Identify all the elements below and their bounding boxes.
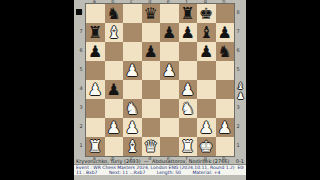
video-frame: abcdefgh 87654321 87654321 ♞♛♜♚♜♝♟♟♝♟♟♟♟… [0,0,320,180]
rank-label-1: 1 [78,136,84,155]
black-pawn: ♟ [218,23,232,42]
chess-board: ♞♛♜♚♜♝♟♟♝♟♟♟♟♞♟♟♟♟♟♞♞♟♟♟♟♜♝♛♜♚ [85,3,235,157]
white-pawn: ♟ [107,118,121,137]
square-e2 [160,118,179,137]
rank-labels-left: 87654321 [78,3,84,155]
square-f5 [179,61,198,80]
black-rook: ♜ [181,4,195,23]
square-b6 [105,42,124,61]
square-h1 [216,137,235,156]
rank-label-2: 2 [78,117,84,136]
white-bishop: ♝ [125,137,139,156]
square-g4 [197,80,216,99]
game-info-box: Event : WR Chess Masters 2024, London EN… [74,164,246,175]
white-knight: ♞ [181,99,195,118]
white-rook: ♜ [88,137,102,156]
square-a7: ♜ [86,23,105,42]
white-bishop: ♝ [107,23,121,42]
square-b5 [105,61,124,80]
square-b1 [105,137,124,156]
square-f1: ♜ [179,137,198,156]
square-c6 [123,42,142,61]
rank-label-2: 2 [235,117,241,136]
square-h2: ♟ [216,118,235,137]
white-knight: ♞ [125,99,139,118]
square-e1 [160,137,179,156]
black-pawn: ♟ [88,42,102,61]
square-e3 [160,99,179,118]
black-knight: ♞ [218,42,232,61]
white-pawn: ♟ [181,80,195,99]
white-pawn: ♟ [162,61,176,80]
square-h6: ♞ [216,42,235,61]
white-pawn: ♟ [125,118,139,137]
material-advantage-tray: ♝ ♟ [235,81,246,101]
rank-label-5: 5 [235,60,241,79]
rank-label-5: 5 [78,60,84,79]
rank-label-1: 1 [235,136,241,155]
black-to-move-indicator [76,9,82,15]
square-c2: ♟ [123,118,142,137]
square-b4: ♟ [105,80,124,99]
square-h4 [216,80,235,99]
square-d5 [142,61,161,80]
rank-label-4: 4 [78,79,84,98]
square-g1: ♚ [197,137,216,156]
square-g3 [197,99,216,118]
square-d3 [142,99,161,118]
square-f8: ♜ [179,4,198,23]
square-f4: ♟ [179,80,198,99]
square-c4 [123,80,142,99]
square-a1: ♜ [86,137,105,156]
square-d2 [142,118,161,137]
white-pawn-icon: ♟ [236,91,244,101]
square-c8 [123,4,142,23]
square-b8: ♞ [105,4,124,23]
square-b7: ♝ [105,23,124,42]
square-e4 [160,80,179,99]
square-c7 [123,23,142,42]
white-pawn: ♟ [199,118,213,137]
square-e8 [160,4,179,23]
rank-label-3: 3 [78,98,84,117]
square-e6 [160,42,179,61]
white-bishop-icon: ♝ [236,81,244,91]
rank-label-6: 6 [235,41,241,60]
square-c3: ♞ [123,99,142,118]
square-d7 [142,23,161,42]
white-pawn: ♟ [218,118,232,137]
square-h3 [216,99,235,118]
black-pawn: ♟ [181,23,195,42]
square-h7: ♟ [216,23,235,42]
black-knight: ♞ [107,4,121,23]
white-rook: ♜ [181,137,195,156]
square-a8 [86,4,105,23]
square-a4: ♟ [86,80,105,99]
square-d4 [142,80,161,99]
black-pawn: ♟ [199,42,213,61]
black-pawn: ♟ [107,80,121,99]
white-pawn: ♟ [88,80,102,99]
square-d1: ♛ [142,137,161,156]
square-h8 [216,4,235,23]
square-a3 [86,99,105,118]
square-a6: ♟ [86,42,105,61]
black-pawn: ♟ [162,23,176,42]
square-a2 [86,118,105,137]
square-c5: ♟ [123,61,142,80]
moves-line: 11 . Bxb7 Next: 11 ...Rxb7 Length: 50 Ma… [76,170,244,175]
square-g6: ♟ [197,42,216,61]
white-queen: ♛ [144,137,158,156]
square-g5 [197,61,216,80]
square-b3 [105,99,124,118]
square-g2: ♟ [197,118,216,137]
white-king: ♚ [199,137,213,156]
black-bishop: ♝ [199,23,213,42]
black-king: ♚ [199,4,213,23]
rank-labels-right: 87654321 [235,3,241,155]
square-e5: ♟ [160,61,179,80]
rank-label-8: 8 [235,3,241,22]
square-g8: ♚ [197,4,216,23]
black-rook: ♜ [88,23,102,42]
square-a5 [86,61,105,80]
square-c1: ♝ [123,137,142,156]
rank-label-7: 7 [78,22,84,41]
square-d8: ♛ [142,4,161,23]
square-d6: ♟ [142,42,161,61]
square-h5 [216,61,235,80]
square-f6 [179,42,198,61]
square-f7: ♟ [179,23,198,42]
rank-label-6: 6 [78,41,84,60]
black-queen: ♛ [144,4,158,23]
square-b2: ♟ [105,118,124,137]
square-g7: ♝ [197,23,216,42]
square-f3: ♞ [179,99,198,118]
chess-viewer-panel: abcdefgh 87654321 87654321 ♞♛♜♚♜♝♟♟♝♟♟♟♟… [74,0,246,180]
black-pawn: ♟ [144,42,158,61]
rank-label-7: 7 [235,22,241,41]
white-pawn: ♟ [125,61,139,80]
square-e7: ♟ [160,23,179,42]
square-f2 [179,118,198,137]
